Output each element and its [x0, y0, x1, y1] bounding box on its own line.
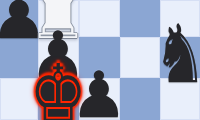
chess-board: ♟♜♟♞♟♚: [0, 0, 200, 120]
black-knight[interactable]: ♞: [153, 14, 200, 95]
black-king[interactable]: ♚: [29, 54, 87, 120]
